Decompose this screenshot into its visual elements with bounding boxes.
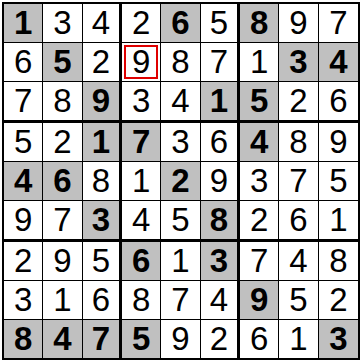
- cell-r1c1[interactable]: 1: [4, 4, 43, 43]
- cell-r9c8[interactable]: 1: [279, 320, 318, 358]
- digit: 1: [329, 201, 347, 239]
- cell-r7c2[interactable]: 9: [43, 242, 82, 281]
- cell-r8c1[interactable]: 3: [4, 281, 43, 320]
- cell-r7c7[interactable]: 7: [240, 242, 279, 281]
- cell-r3c4[interactable]: 3: [122, 82, 161, 123]
- digit: 8: [329, 242, 347, 280]
- cell-r2c3[interactable]: 2: [83, 43, 122, 82]
- cell-r1c4[interactable]: 2: [122, 4, 161, 43]
- cell-r7c3[interactable]: 5: [83, 242, 122, 281]
- cell-r1c5[interactable]: 6: [161, 4, 200, 43]
- cell-r5c6[interactable]: 9: [201, 162, 240, 201]
- digit: 6: [132, 242, 150, 280]
- digit: 1: [250, 43, 268, 81]
- cell-r1c3[interactable]: 4: [83, 4, 122, 43]
- cell-r5c4[interactable]: 1: [122, 162, 161, 201]
- cell-r7c6[interactable]: 3: [201, 242, 240, 281]
- cell-r7c5[interactable]: 1: [161, 242, 200, 281]
- digit: 5: [132, 320, 150, 358]
- digit: 9: [53, 242, 71, 280]
- digit: 6: [210, 123, 228, 161]
- cell-r4c8[interactable]: 8: [279, 123, 318, 162]
- cell-r3c9[interactable]: 6: [319, 82, 358, 123]
- cell-r1c8[interactable]: 9: [279, 4, 318, 43]
- digit: 2: [171, 162, 189, 200]
- digit: 4: [132, 201, 150, 239]
- cell-r2c8[interactable]: 3: [279, 43, 318, 82]
- digit: 7: [14, 82, 32, 120]
- cell-r1c6[interactable]: 5: [201, 4, 240, 43]
- digit: 5: [250, 82, 268, 120]
- digit: 1: [132, 162, 150, 200]
- cell-r9c5[interactable]: 9: [161, 320, 200, 358]
- cell-r6c4[interactable]: 4: [122, 201, 161, 242]
- digit: 5: [14, 123, 32, 161]
- digit: 5: [92, 242, 110, 280]
- digit: 3: [92, 201, 110, 239]
- digit: 4: [171, 82, 189, 120]
- digit: 1: [210, 82, 228, 120]
- digit: 4: [210, 281, 228, 319]
- digit: 9: [171, 320, 189, 358]
- digit: 6: [14, 43, 32, 81]
- digit: 8: [250, 4, 268, 42]
- cell-r9c6[interactable]: 2: [201, 320, 240, 358]
- digit: 2: [53, 123, 71, 161]
- digit: 6: [171, 4, 189, 42]
- digit: 5: [329, 162, 347, 200]
- cell-r6c3[interactable]: 3: [83, 201, 122, 242]
- digit: 7: [92, 320, 110, 358]
- digit: 2: [250, 201, 268, 239]
- cell-r9c7[interactable]: 6: [240, 320, 279, 358]
- digit: 4: [92, 4, 110, 42]
- digit: 3: [171, 123, 189, 161]
- cell-r4c6[interactable]: 6: [201, 123, 240, 162]
- cell-r7c9[interactable]: 8: [319, 242, 358, 281]
- digit: 9: [14, 201, 32, 239]
- digit: 3: [250, 162, 268, 200]
- cell-r7c4[interactable]: 6: [122, 242, 161, 281]
- cell-r9c3[interactable]: 7: [83, 320, 122, 358]
- digit: 9: [210, 162, 228, 200]
- digit: 8: [289, 123, 307, 161]
- digit: 4: [53, 320, 71, 358]
- cell-r6c5[interactable]: 5: [161, 201, 200, 242]
- digit: 5: [289, 281, 307, 319]
- digit: 8: [210, 201, 228, 239]
- digit: 8: [171, 43, 189, 81]
- cell-r8c6[interactable]: 4: [201, 281, 240, 320]
- cell-r5c1[interactable]: 4: [4, 162, 43, 201]
- digit: 1: [14, 4, 32, 42]
- digit: 3: [210, 242, 228, 280]
- digit: 4: [14, 162, 32, 200]
- digit: 5: [171, 201, 189, 239]
- digit: 9: [289, 4, 307, 42]
- cell-r1c7[interactable]: 8: [240, 4, 279, 43]
- cell-r1c9[interactable]: 7: [319, 4, 358, 43]
- digit: 2: [92, 43, 110, 81]
- cell-r8c5[interactable]: 7: [161, 281, 200, 320]
- cell-r4c7[interactable]: 4: [240, 123, 279, 162]
- cell-r6c9[interactable]: 1: [319, 201, 358, 242]
- cell-r2c4[interactable]: 9: [122, 43, 161, 82]
- cell-r3c5[interactable]: 4: [161, 82, 200, 123]
- digit: 2: [329, 281, 347, 319]
- digit: 3: [132, 82, 150, 120]
- cell-r3c3[interactable]: 9: [83, 82, 122, 123]
- digit: 2: [132, 4, 150, 42]
- digit: 6: [329, 82, 347, 120]
- digit: 9: [250, 281, 268, 319]
- cell-r4c1[interactable]: 5: [4, 123, 43, 162]
- digit: 3: [329, 320, 347, 358]
- cell-r8c7[interactable]: 9: [240, 281, 279, 320]
- cell-r9c2[interactable]: 4: [43, 320, 82, 358]
- cell-r2c1[interactable]: 6: [4, 43, 43, 82]
- digit: 1: [171, 242, 189, 280]
- digit: 8: [132, 281, 150, 319]
- digit: 4: [250, 123, 268, 161]
- cell-r9c1[interactable]: 8: [4, 320, 43, 358]
- cell-r2c2[interactable]: 5: [43, 43, 82, 82]
- cell-r6c1[interactable]: 9: [4, 201, 43, 242]
- cell-r6c2[interactable]: 7: [43, 201, 82, 242]
- cell-r7c1[interactable]: 2: [4, 242, 43, 281]
- digit: 7: [53, 201, 71, 239]
- cell-r4c9[interactable]: 9: [319, 123, 358, 162]
- digit: 7: [171, 281, 189, 319]
- digit: 5: [53, 43, 71, 81]
- cell-r3c8[interactable]: 2: [279, 82, 318, 123]
- digit: 8: [14, 320, 32, 358]
- cell-r8c2[interactable]: 1: [43, 281, 82, 320]
- digit: 4: [329, 43, 347, 81]
- cell-r7c8[interactable]: 4: [279, 242, 318, 281]
- digit: 3: [14, 281, 32, 319]
- cell-r2c9[interactable]: 4: [319, 43, 358, 82]
- digit: 6: [289, 201, 307, 239]
- sudoku-board: 1342658976529871347893415265217364894681…: [2, 2, 360, 360]
- cell-r8c8[interactable]: 5: [279, 281, 318, 320]
- digit: 8: [53, 82, 71, 120]
- cell-r4c5[interactable]: 3: [161, 123, 200, 162]
- digit: 9: [329, 123, 347, 161]
- cell-r5c3[interactable]: 8: [83, 162, 122, 201]
- digit: 6: [250, 320, 268, 358]
- cell-r2c6[interactable]: 7: [201, 43, 240, 82]
- digit: 2: [289, 82, 307, 120]
- digit: 8: [92, 162, 110, 200]
- cell-r5c7[interactable]: 3: [240, 162, 279, 201]
- digit: 4: [289, 242, 307, 280]
- cell-r8c4[interactable]: 8: [122, 281, 161, 320]
- cell-r5c5[interactable]: 2: [161, 162, 200, 201]
- cell-r2c7[interactable]: 1: [240, 43, 279, 82]
- cell-r2c5[interactable]: 8: [161, 43, 200, 82]
- digit: 3: [289, 43, 307, 81]
- digit: 9: [92, 82, 110, 120]
- digit: 1: [53, 281, 71, 319]
- cell-r3c7[interactable]: 5: [240, 82, 279, 123]
- cell-r5c2[interactable]: 6: [43, 162, 82, 201]
- cell-r8c3[interactable]: 6: [83, 281, 122, 320]
- digit: 7: [289, 162, 307, 200]
- digit: 6: [92, 281, 110, 319]
- digit: 7: [210, 43, 228, 81]
- cell-r4c3[interactable]: 1: [83, 123, 122, 162]
- digit: 7: [329, 4, 347, 42]
- cell-r4c4[interactable]: 7: [122, 123, 161, 162]
- cell-r6c6[interactable]: 8: [201, 201, 240, 242]
- digit: 6: [53, 162, 71, 200]
- cell-r1c2[interactable]: 3: [43, 4, 82, 43]
- digit: 2: [14, 242, 32, 280]
- cell-r3c1[interactable]: 7: [4, 82, 43, 123]
- cell-r3c2[interactable]: 8: [43, 82, 82, 123]
- digit: 1: [92, 123, 110, 161]
- cell-r8c9[interactable]: 2: [319, 281, 358, 320]
- cell-r6c7[interactable]: 2: [240, 201, 279, 242]
- digit: 7: [132, 123, 150, 161]
- cell-r9c9[interactable]: 3: [319, 320, 358, 358]
- digit: 9: [132, 43, 150, 81]
- digit: 2: [210, 320, 228, 358]
- digit: 1: [289, 320, 307, 358]
- digit: 7: [250, 242, 268, 280]
- cell-r4c2[interactable]: 2: [43, 123, 82, 162]
- digit: 5: [210, 4, 228, 42]
- cell-r6c8[interactable]: 6: [279, 201, 318, 242]
- cell-r5c8[interactable]: 7: [279, 162, 318, 201]
- cell-r9c4[interactable]: 5: [122, 320, 161, 358]
- cell-r3c6[interactable]: 1: [201, 82, 240, 123]
- cell-r5c9[interactable]: 5: [319, 162, 358, 201]
- digit: 3: [53, 4, 71, 42]
